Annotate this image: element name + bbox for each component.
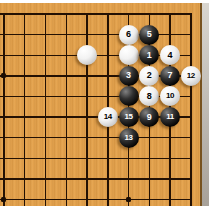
stone-white-P14: 14 <box>98 107 118 127</box>
point-Q17 <box>118 45 139 66</box>
point-Q13: 13 <box>118 127 139 148</box>
point-S15: 10 <box>160 86 181 107</box>
point-S11 <box>160 169 181 190</box>
move-number: 8 <box>147 92 152 101</box>
point-K11 <box>0 169 14 190</box>
move-number: 6 <box>126 30 131 39</box>
move-number: 1 <box>147 51 152 60</box>
point-R17: 1 <box>139 45 160 66</box>
point-S17: 4 <box>160 45 181 66</box>
stone-black-Q13: 13 <box>119 128 139 148</box>
point-K12 <box>0 148 14 169</box>
point-T17 <box>181 45 202 66</box>
point-N18 <box>56 24 77 45</box>
top-border <box>0 0 209 3</box>
point-Q14: 15 <box>118 107 139 128</box>
move-number: 10 <box>166 92 174 100</box>
stone-white-O17 <box>77 45 97 65</box>
point-T19 <box>181 4 202 25</box>
point-L10 <box>14 189 35 206</box>
point-L18 <box>14 24 35 45</box>
move-number: 5 <box>147 30 152 39</box>
point-O13 <box>77 127 98 148</box>
point-O14 <box>77 107 98 128</box>
point-M12 <box>35 148 56 169</box>
point-N16 <box>56 66 77 87</box>
point-Q16: 3 <box>118 66 139 87</box>
point-K18 <box>0 24 14 45</box>
point-S13 <box>160 127 181 148</box>
right-border <box>202 3 209 206</box>
point-T14 <box>181 107 202 128</box>
point-N15 <box>56 86 77 107</box>
point-K16 <box>0 66 14 87</box>
stone-white-R15: 8 <box>139 86 159 106</box>
point-S19 <box>160 4 181 25</box>
hoshi-K16 <box>1 73 6 78</box>
point-N14 <box>56 107 77 128</box>
point-M16 <box>35 66 56 87</box>
point-M18 <box>35 24 56 45</box>
point-S10 <box>160 189 181 206</box>
point-T11 <box>181 169 202 190</box>
point-L14 <box>14 107 35 128</box>
point-R13 <box>139 127 160 148</box>
move-number: 3 <box>126 71 131 80</box>
stone-black-Q14: 15 <box>119 107 139 127</box>
point-O19 <box>77 4 98 25</box>
point-O16 <box>77 66 98 87</box>
point-L16 <box>14 66 35 87</box>
stone-black-R14: 9 <box>139 107 159 127</box>
point-N11 <box>56 169 77 190</box>
point-T16: 12 <box>181 66 202 87</box>
point-P17 <box>97 45 118 66</box>
point-S18 <box>160 24 181 45</box>
point-N13 <box>56 127 77 148</box>
move-number: 11 <box>166 113 174 121</box>
point-T12 <box>181 148 202 169</box>
point-N12 <box>56 148 77 169</box>
point-N10 <box>56 189 77 206</box>
stone-black-S16: 7 <box>160 66 180 86</box>
point-P18 <box>97 24 118 45</box>
point-S14: 11 <box>160 107 181 128</box>
point-P10 <box>97 189 118 206</box>
point-K13 <box>0 127 14 148</box>
point-O18 <box>77 24 98 45</box>
point-Q19 <box>118 4 139 25</box>
move-number: 12 <box>187 72 195 80</box>
point-R12 <box>139 148 160 169</box>
move-number: 15 <box>125 113 133 121</box>
point-R16: 2 <box>139 66 160 87</box>
point-P16 <box>97 66 118 87</box>
point-K10 <box>0 189 14 206</box>
point-M19 <box>35 4 56 25</box>
point-O17 <box>77 45 98 66</box>
stone-white-Q18: 6 <box>119 25 139 45</box>
point-L13 <box>14 127 35 148</box>
point-Q15 <box>118 86 139 107</box>
stone-black-S14: 11 <box>160 107 180 127</box>
point-M11 <box>35 169 56 190</box>
hoshi-Q10 <box>126 197 131 202</box>
point-S16: 7 <box>160 66 181 87</box>
point-Q10 <box>118 189 139 206</box>
stone-white-T16: 12 <box>181 66 201 86</box>
move-number: 9 <box>147 113 152 122</box>
point-R11 <box>139 169 160 190</box>
stone-black-R17: 1 <box>139 45 159 65</box>
move-number: 2 <box>147 71 152 80</box>
point-T15 <box>181 86 202 107</box>
stone-white-R16: 2 <box>139 66 159 86</box>
point-K17 <box>0 45 14 66</box>
point-K14 <box>0 107 14 128</box>
point-P12 <box>97 148 118 169</box>
point-K19 <box>0 4 14 25</box>
point-T13 <box>181 127 202 148</box>
point-P19 <box>97 4 118 25</box>
point-T10 <box>181 189 202 206</box>
move-number: 14 <box>104 113 112 121</box>
stone-black-Q16: 3 <box>119 66 139 86</box>
point-K15 <box>0 86 14 107</box>
point-M13 <box>35 127 56 148</box>
point-M17 <box>35 45 56 66</box>
point-S12 <box>160 148 181 169</box>
move-number: 7 <box>168 71 173 80</box>
hoshi-K10 <box>1 197 6 202</box>
stone-black-R18: 5 <box>139 25 159 45</box>
point-O11 <box>77 169 98 190</box>
point-R19 <box>139 4 160 25</box>
point-L12 <box>14 148 35 169</box>
point-O12 <box>77 148 98 169</box>
point-M15 <box>35 86 56 107</box>
move-number: 4 <box>168 51 173 60</box>
point-N19 <box>56 4 77 25</box>
stone-white-S17: 4 <box>160 45 180 65</box>
point-Q12 <box>118 148 139 169</box>
move-number: 13 <box>125 134 133 142</box>
point-R15: 8 <box>139 86 160 107</box>
point-M10 <box>35 189 56 206</box>
stone-white-Q17 <box>119 45 139 65</box>
point-O15 <box>77 86 98 107</box>
point-L11 <box>14 169 35 190</box>
point-P13 <box>97 127 118 148</box>
point-P11 <box>97 169 118 190</box>
go-board-grid: 651432712810141591113 <box>0 4 201 206</box>
point-T18 <box>181 24 202 45</box>
point-P14: 14 <box>97 107 118 128</box>
stone-black-Q15 <box>119 86 139 106</box>
point-R18: 5 <box>139 24 160 45</box>
point-Q18: 6 <box>118 24 139 45</box>
point-L17 <box>14 45 35 66</box>
stone-white-S15: 10 <box>160 86 180 106</box>
go-diagram: 651432712810141591113 <box>0 0 209 206</box>
point-Q11 <box>118 169 139 190</box>
point-N17 <box>56 45 77 66</box>
point-P15 <box>97 86 118 107</box>
point-L19 <box>14 4 35 25</box>
point-M14 <box>35 107 56 128</box>
point-O10 <box>77 189 98 206</box>
point-R10 <box>139 189 160 206</box>
point-L15 <box>14 86 35 107</box>
point-R14: 9 <box>139 107 160 128</box>
